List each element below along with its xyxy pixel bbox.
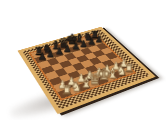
black-pawn: ♟ <box>38 52 47 62</box>
black-pawn: ♟ <box>63 44 72 54</box>
black-pawn: ♟ <box>72 42 81 52</box>
black-pawn: ♟ <box>88 37 96 46</box>
white-rook: ♜ <box>61 84 72 96</box>
black-pawn: ♟ <box>55 47 64 57</box>
chess-set-photo: ♜♞♝♛♚♝♞♜♟♟♟♟♟♟♟♟♟♟♟♟♟♟♟♟♜♞♝♛♚♝♞♜ <box>0 0 166 120</box>
square-d5 <box>68 57 81 65</box>
black-pawn: ♟ <box>80 39 88 48</box>
black-pawn: ♟ <box>95 35 103 44</box>
black-pawn: ♟ <box>47 49 56 59</box>
